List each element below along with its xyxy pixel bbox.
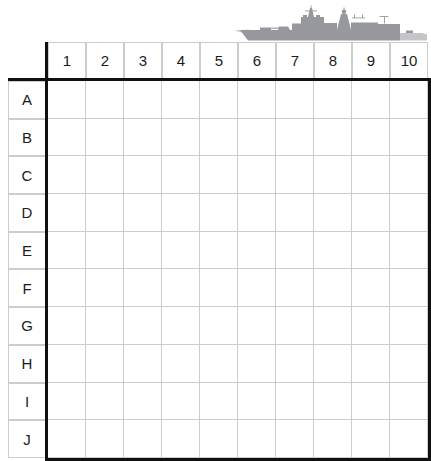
warship-icon [234, 5, 428, 42]
frame-line-left [45, 42, 48, 461]
cell-A3[interactable] [124, 81, 162, 119]
cell-B9[interactable] [352, 119, 390, 157]
cell-F9[interactable] [352, 269, 390, 307]
cell-B5[interactable] [200, 119, 238, 157]
cell-J8[interactable] [314, 420, 352, 458]
cell-F5[interactable] [200, 269, 238, 307]
column-header-1: 1 [48, 42, 86, 78]
row-header-H: H [8, 345, 45, 383]
cell-C7[interactable] [276, 156, 314, 194]
cell-E10[interactable] [390, 232, 428, 270]
row-header-J: J [8, 420, 45, 458]
cell-H10[interactable] [390, 345, 428, 383]
cell-G5[interactable] [200, 307, 238, 345]
cell-E7[interactable] [276, 232, 314, 270]
cell-B8[interactable] [314, 119, 352, 157]
cell-G1[interactable] [48, 307, 86, 345]
cell-B10[interactable] [390, 119, 428, 157]
column-header-3: 3 [124, 42, 162, 78]
cell-F1[interactable] [48, 269, 86, 307]
cell-D8[interactable] [314, 194, 352, 232]
cell-D6[interactable] [238, 194, 276, 232]
cell-D7[interactable] [276, 194, 314, 232]
cell-C2[interactable] [86, 156, 124, 194]
cell-D4[interactable] [162, 194, 200, 232]
cell-B2[interactable] [86, 119, 124, 157]
cell-F6[interactable] [238, 269, 276, 307]
cell-B4[interactable] [162, 119, 200, 157]
column-header-10: 10 [390, 42, 428, 78]
cell-A7[interactable] [276, 81, 314, 119]
cell-D2[interactable] [86, 194, 124, 232]
cell-C4[interactable] [162, 156, 200, 194]
column-header-7: 7 [276, 42, 314, 78]
cell-I7[interactable] [276, 383, 314, 421]
cell-H3[interactable] [124, 345, 162, 383]
board: 12345678910ABCDEFGHIJ [8, 42, 428, 458]
cell-E4[interactable] [162, 232, 200, 270]
cell-I6[interactable] [238, 383, 276, 421]
cell-G8[interactable] [314, 307, 352, 345]
cell-C6[interactable] [238, 156, 276, 194]
cell-I10[interactable] [390, 383, 428, 421]
cell-B3[interactable] [124, 119, 162, 157]
cell-I5[interactable] [200, 383, 238, 421]
cell-H6[interactable] [238, 345, 276, 383]
cell-C9[interactable] [352, 156, 390, 194]
cell-H5[interactable] [200, 345, 238, 383]
cell-A4[interactable] [162, 81, 200, 119]
cell-A1[interactable] [48, 81, 86, 119]
cell-G4[interactable] [162, 307, 200, 345]
cell-J9[interactable] [352, 420, 390, 458]
cell-J5[interactable] [200, 420, 238, 458]
cell-C1[interactable] [48, 156, 86, 194]
cell-G7[interactable] [276, 307, 314, 345]
column-header-5: 5 [200, 42, 238, 78]
cell-D3[interactable] [124, 194, 162, 232]
cell-J2[interactable] [86, 420, 124, 458]
cell-J10[interactable] [390, 420, 428, 458]
cell-I1[interactable] [48, 383, 86, 421]
cell-F8[interactable] [314, 269, 352, 307]
cell-F4[interactable] [162, 269, 200, 307]
cell-D9[interactable] [352, 194, 390, 232]
cell-A10[interactable] [390, 81, 428, 119]
cell-E1[interactable] [48, 232, 86, 270]
cell-H7[interactable] [276, 345, 314, 383]
cell-B6[interactable] [238, 119, 276, 157]
row-header-F: F [8, 269, 45, 307]
cell-C3[interactable] [124, 156, 162, 194]
cell-J1[interactable] [48, 420, 86, 458]
cell-H1[interactable] [48, 345, 86, 383]
column-header-2: 2 [86, 42, 124, 78]
row-header-B: B [8, 119, 45, 157]
cell-E3[interactable] [124, 232, 162, 270]
row-header-D: D [8, 194, 45, 232]
corner-cell [8, 42, 45, 78]
cell-E9[interactable] [352, 232, 390, 270]
cell-B7[interactable] [276, 119, 314, 157]
cell-A2[interactable] [86, 81, 124, 119]
cell-A5[interactable] [200, 81, 238, 119]
row-header-E: E [8, 232, 45, 270]
row-header-I: I [8, 383, 45, 421]
cell-D5[interactable] [200, 194, 238, 232]
cell-C5[interactable] [200, 156, 238, 194]
battleship-board-screen: 12345678910ABCDEFGHIJ [0, 0, 431, 461]
cell-G2[interactable] [86, 307, 124, 345]
cell-E6[interactable] [238, 232, 276, 270]
cell-F2[interactable] [86, 269, 124, 307]
cell-G3[interactable] [124, 307, 162, 345]
column-header-6: 6 [238, 42, 276, 78]
cell-C10[interactable] [390, 156, 428, 194]
cell-G6[interactable] [238, 307, 276, 345]
cell-J3[interactable] [124, 420, 162, 458]
column-header-4: 4 [162, 42, 200, 78]
cell-E2[interactable] [86, 232, 124, 270]
cell-B1[interactable] [48, 119, 86, 157]
cell-H8[interactable] [314, 345, 352, 383]
cell-I9[interactable] [352, 383, 390, 421]
cell-G10[interactable] [390, 307, 428, 345]
cell-C8[interactable] [314, 156, 352, 194]
cell-G9[interactable] [352, 307, 390, 345]
cell-E8[interactable] [314, 232, 352, 270]
cell-F10[interactable] [390, 269, 428, 307]
cell-A8[interactable] [314, 81, 352, 119]
cell-H9[interactable] [352, 345, 390, 383]
cell-I3[interactable] [124, 383, 162, 421]
cell-D1[interactable] [48, 194, 86, 232]
cell-I2[interactable] [86, 383, 124, 421]
cell-I4[interactable] [162, 383, 200, 421]
cell-A6[interactable] [238, 81, 276, 119]
cell-A9[interactable] [352, 81, 390, 119]
cell-J7[interactable] [276, 420, 314, 458]
row-header-G: G [8, 307, 45, 345]
column-header-8: 8 [314, 42, 352, 78]
cell-F3[interactable] [124, 269, 162, 307]
cell-J6[interactable] [238, 420, 276, 458]
cell-H4[interactable] [162, 345, 200, 383]
frame-line-top [8, 78, 431, 81]
row-header-A: A [8, 81, 45, 119]
column-header-9: 9 [352, 42, 390, 78]
cell-H2[interactable] [86, 345, 124, 383]
cell-J4[interactable] [162, 420, 200, 458]
cell-F7[interactable] [276, 269, 314, 307]
cell-E5[interactable] [200, 232, 238, 270]
cell-D10[interactable] [390, 194, 428, 232]
row-header-C: C [8, 156, 45, 194]
cell-I8[interactable] [314, 383, 352, 421]
